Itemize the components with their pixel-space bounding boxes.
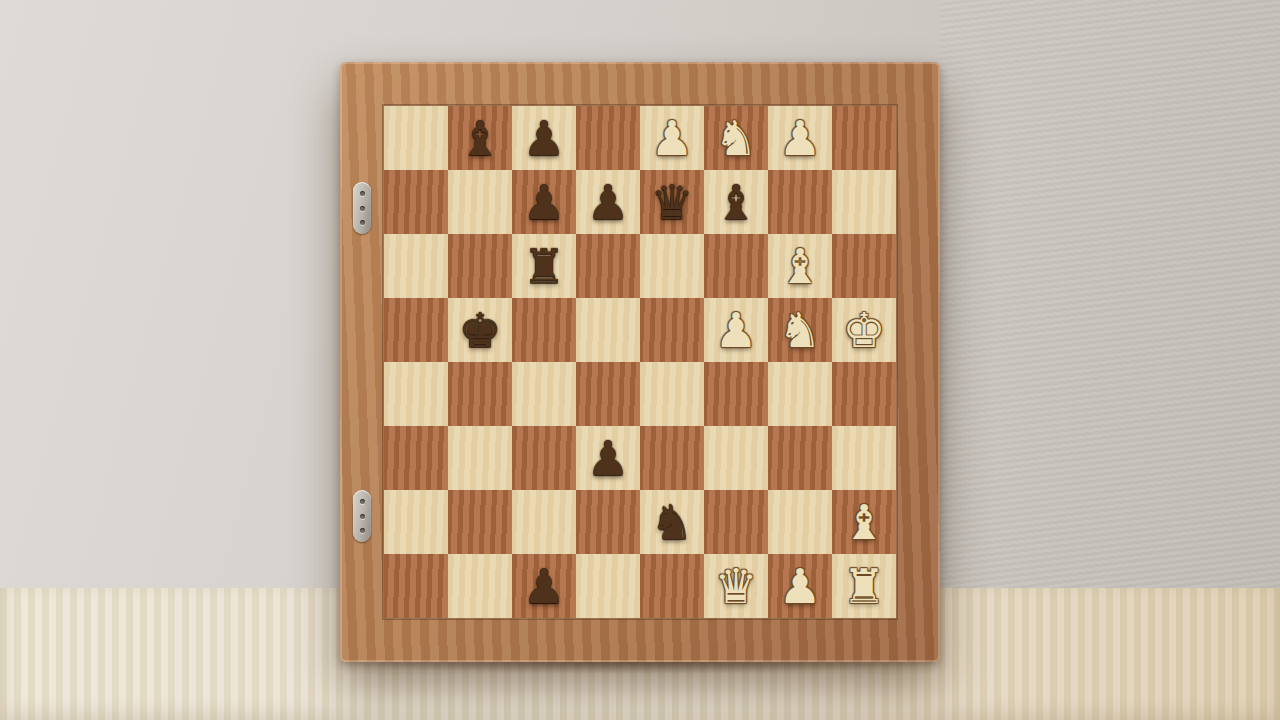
piece-black-rook: ♜ — [522, 234, 565, 298]
square-d8 — [384, 298, 448, 362]
square-g5 — [576, 490, 640, 554]
piece-white-pawn: ♟ — [778, 554, 821, 618]
square-b2 — [768, 170, 832, 234]
square-a4: ♟ — [640, 106, 704, 170]
square-b5: ♟ — [576, 170, 640, 234]
square-d4 — [640, 298, 704, 362]
square-e7 — [448, 362, 512, 426]
square-f3 — [704, 426, 768, 490]
piece-black-knight: ♞ — [650, 490, 693, 554]
square-c6: ♜ — [512, 234, 576, 298]
square-d3: ♟ — [704, 298, 768, 362]
square-e6 — [512, 362, 576, 426]
piece-black-pawn: ♟ — [522, 554, 565, 618]
square-g3 — [704, 490, 768, 554]
square-a5 — [576, 106, 640, 170]
square-d1: ♚ — [832, 298, 896, 362]
square-a7: ♝ — [448, 106, 512, 170]
square-f5: ♟ — [576, 426, 640, 490]
square-c2: ♝ — [768, 234, 832, 298]
piece-white-king: ♚ — [842, 298, 885, 362]
piece-white-queen: ♛ — [714, 554, 757, 618]
square-a2: ♟ — [768, 106, 832, 170]
square-b4: ♛ — [640, 170, 704, 234]
square-a8 — [384, 106, 448, 170]
square-h7 — [448, 554, 512, 618]
square-d6 — [512, 298, 576, 362]
piece-white-knight: ♞ — [714, 106, 757, 170]
square-f1 — [832, 426, 896, 490]
square-e1 — [832, 362, 896, 426]
screw-icon — [360, 191, 365, 196]
square-c3 — [704, 234, 768, 298]
square-f8 — [384, 426, 448, 490]
square-e5 — [576, 362, 640, 426]
piece-white-pawn: ♟ — [778, 106, 821, 170]
piece-black-pawn: ♟ — [522, 106, 565, 170]
square-d2: ♞ — [768, 298, 832, 362]
square-e2 — [768, 362, 832, 426]
square-b8 — [384, 170, 448, 234]
square-a6: ♟ — [512, 106, 576, 170]
square-e8 — [384, 362, 448, 426]
hinge-plate-icon — [353, 490, 371, 542]
square-a1 — [832, 106, 896, 170]
square-h6: ♟ — [512, 554, 576, 618]
piece-black-bishop: ♝ — [714, 170, 757, 234]
square-f4 — [640, 426, 704, 490]
square-g1: ♝ — [832, 490, 896, 554]
square-g8 — [384, 490, 448, 554]
piece-black-pawn: ♟ — [586, 170, 629, 234]
square-c5 — [576, 234, 640, 298]
square-b3: ♝ — [704, 170, 768, 234]
square-e4 — [640, 362, 704, 426]
square-g2 — [768, 490, 832, 554]
screw-icon — [360, 220, 365, 225]
square-a3: ♞ — [704, 106, 768, 170]
square-b7 — [448, 170, 512, 234]
screw-icon — [360, 528, 365, 533]
screw-icon — [360, 499, 365, 504]
square-h4 — [640, 554, 704, 618]
screw-icon — [360, 514, 365, 519]
piece-white-pawn: ♟ — [650, 106, 693, 170]
piece-black-bishop: ♝ — [458, 106, 501, 170]
square-b6: ♟ — [512, 170, 576, 234]
square-h2: ♟ — [768, 554, 832, 618]
piece-black-queen: ♛ — [650, 170, 693, 234]
square-g4: ♞ — [640, 490, 704, 554]
square-d5 — [576, 298, 640, 362]
square-h1: ♜ — [832, 554, 896, 618]
square-h3: ♛ — [704, 554, 768, 618]
piece-white-rook: ♜ — [842, 554, 885, 618]
screw-icon — [360, 206, 365, 211]
square-d7: ♚ — [448, 298, 512, 362]
piece-black-pawn: ♟ — [586, 426, 629, 490]
square-f7 — [448, 426, 512, 490]
hinge-plate-icon — [353, 182, 371, 234]
chess-board: ♝♟♟♞♟♟♟♛♝♜♝♚♟♞♚♟♞♝♟♛♟♜ — [340, 62, 940, 662]
piece-white-knight: ♞ — [778, 298, 821, 362]
square-h8 — [384, 554, 448, 618]
square-e3 — [704, 362, 768, 426]
piece-black-king: ♚ — [458, 298, 501, 362]
square-g6 — [512, 490, 576, 554]
piece-white-bishop: ♝ — [778, 234, 821, 298]
square-b1 — [832, 170, 896, 234]
board-grid: ♝♟♟♞♟♟♟♛♝♜♝♚♟♞♚♟♞♝♟♛♟♜ — [384, 106, 896, 618]
square-c1 — [832, 234, 896, 298]
square-f2 — [768, 426, 832, 490]
square-c7 — [448, 234, 512, 298]
piece-black-pawn: ♟ — [522, 170, 565, 234]
square-h5 — [576, 554, 640, 618]
square-c8 — [384, 234, 448, 298]
piece-white-pawn: ♟ — [714, 298, 757, 362]
square-c4 — [640, 234, 704, 298]
square-f6 — [512, 426, 576, 490]
square-g7 — [448, 490, 512, 554]
piece-white-bishop: ♝ — [842, 490, 885, 554]
